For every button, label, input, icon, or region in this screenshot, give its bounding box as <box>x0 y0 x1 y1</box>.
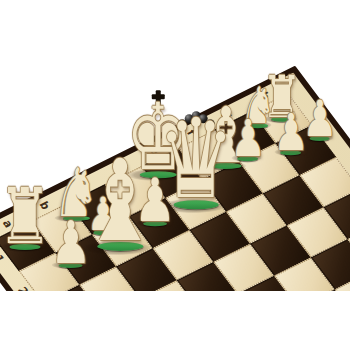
pawn-glyph: ♟ <box>50 220 91 266</box>
photo-background-cut <box>0 291 350 350</box>
pawn-glyph: ♟ <box>273 113 309 153</box>
product-photo-stage: abcdefgh12345678 ♜♞♟♟♝♚♟♛♝♟♞♜♟♟ <box>0 0 350 350</box>
piece-pawn-b2: ♟ <box>45 220 98 268</box>
piece-pawn-g2: ♟ <box>268 113 314 155</box>
